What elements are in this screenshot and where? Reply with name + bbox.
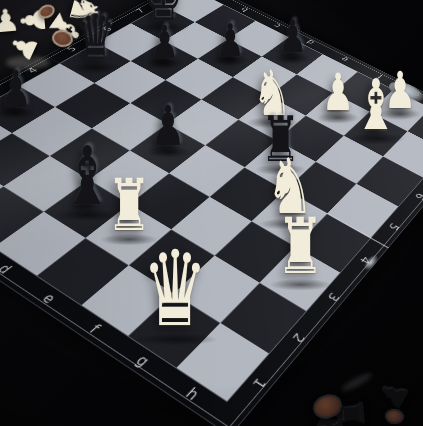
captured-black-rook-bottom-right: ♜ [333,396,372,426]
rank-label-right-3: 3 [325,291,341,303]
file-label-far-b: b [239,6,250,12]
captured-white-pawn-top-left: ♟ [15,4,50,36]
file-label-near-e: e [39,291,58,305]
file-label-far-e: e [339,55,350,62]
board-squares-grid [0,0,423,401]
rank-label-left-4: 4 [26,67,40,75]
chess-set-photo: aa88bb77cc66dd55ee44ff33gg22hh11 ♚♛♜♝♟♟♟… [0,0,423,426]
felt-base-disc [310,391,345,423]
file-label-near-g: g [133,353,152,369]
table-reflection [340,370,374,393]
rank-label-right-4: 4 [357,254,372,265]
rank-label-left-7: 7 [134,8,146,15]
rank-label-right-1: 1 [250,376,268,391]
chess-board: aa88bb77cc66dd55ee44ff33gg22hh11 [0,0,423,426]
rank-label-right-5: 5 [386,221,400,231]
felt-base-disc [36,2,57,21]
file-label-far-c: c [272,22,282,28]
file-label-near-d: d [0,262,14,276]
captured-black-pawn-bottom-right: ♟ [373,375,415,416]
file-label-far-g: g [411,91,422,99]
felt-base-disc [384,408,404,425]
file-label-near-h: h [183,386,201,403]
rank-label-right-2: 2 [289,331,306,344]
file-label-far-d: d [305,39,316,46]
captured-white-pawn-top-left: ♟ [0,4,21,37]
file-label-far-f: f [376,73,384,79]
captured-black-bishop-bottom-right: ♝ [308,401,357,426]
rank-label-right-6: 6 [413,191,423,201]
rank-label-left-5: 5 [65,45,78,52]
file-label-near-f: f [87,323,103,336]
rank-label-left-6: 6 [101,26,114,33]
